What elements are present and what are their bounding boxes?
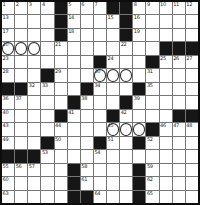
clue-number-2: 2 bbox=[16, 2, 19, 7]
cell-r2c3[interactable] bbox=[28, 15, 40, 27]
clue-number-46: 46 bbox=[160, 123, 166, 128]
cell-r10c4[interactable] bbox=[41, 123, 53, 135]
clue-number-44: 44 bbox=[55, 123, 61, 128]
black-cell-r1c9 bbox=[107, 2, 119, 14]
cell-r8c2[interactable]: 37 bbox=[15, 96, 27, 108]
clue-number-50: 50 bbox=[55, 137, 61, 142]
black-cell-r1c5 bbox=[55, 2, 67, 14]
cell-r5c4[interactable] bbox=[41, 56, 53, 68]
cell-r12c7[interactable] bbox=[81, 150, 93, 162]
cell-r13c2[interactable]: 56 bbox=[15, 164, 27, 176]
clue-number-35: 35 bbox=[147, 83, 153, 88]
cell-r3c8[interactable] bbox=[94, 29, 106, 41]
cell-r9c8[interactable] bbox=[94, 110, 106, 122]
black-cell-r12c1 bbox=[2, 150, 14, 162]
clue-number-3: 3 bbox=[29, 2, 32, 7]
cell-r11c5[interactable]: 50 bbox=[55, 137, 67, 149]
cell-r6c10[interactable] bbox=[120, 69, 132, 81]
clue-number-18: 18 bbox=[68, 29, 74, 34]
cell-r7c4[interactable]: 33 bbox=[41, 83, 53, 95]
cell-r1c6[interactable]: 5 bbox=[68, 2, 80, 14]
cell-r14c15[interactable] bbox=[186, 177, 198, 189]
circle-marker bbox=[120, 69, 132, 81]
clue-number-60: 60 bbox=[3, 177, 9, 182]
cell-r7c5[interactable] bbox=[55, 83, 67, 95]
cell-r11c12[interactable]: 52 bbox=[146, 137, 158, 149]
clue-number-56: 56 bbox=[16, 164, 22, 169]
cell-r7c9[interactable] bbox=[107, 83, 119, 95]
black-cell-r3c10 bbox=[120, 29, 132, 41]
cell-r9c10[interactable]: 42 bbox=[120, 110, 132, 122]
black-cell-r9c9 bbox=[107, 110, 119, 122]
cell-r13c9[interactable] bbox=[107, 164, 119, 176]
cell-r1c11[interactable]: 8 bbox=[133, 2, 145, 14]
cell-r14c3[interactable] bbox=[28, 177, 40, 189]
clue-number-38: 38 bbox=[81, 96, 87, 101]
cell-r6c11[interactable] bbox=[133, 69, 145, 81]
cell-r4c4[interactable] bbox=[41, 42, 53, 54]
black-cell-r9c5 bbox=[55, 110, 67, 122]
cell-r14c14[interactable] bbox=[173, 177, 185, 189]
cell-r10c9[interactable]: 45 bbox=[107, 123, 119, 135]
cell-r2c11[interactable]: 16 bbox=[133, 15, 145, 27]
cell-r11c13[interactable] bbox=[160, 137, 172, 149]
cell-r10c6[interactable] bbox=[68, 123, 80, 135]
clue-number-31: 31 bbox=[147, 69, 153, 74]
cell-r8c13[interactable] bbox=[160, 96, 172, 108]
cell-r6c1[interactable]: 28 bbox=[2, 69, 14, 81]
cell-r4c10[interactable]: 22 bbox=[120, 42, 132, 54]
cell-r4c1[interactable]: 20 bbox=[2, 42, 14, 54]
clue-number-17: 17 bbox=[3, 29, 9, 34]
clue-number-32: 32 bbox=[29, 83, 35, 88]
cell-r11c1[interactable]: 49 bbox=[2, 137, 14, 149]
circle-marker bbox=[133, 123, 145, 135]
cell-r5c5[interactable] bbox=[55, 56, 67, 68]
cell-r6c12[interactable]: 31 bbox=[146, 69, 158, 81]
cell-r6c14[interactable] bbox=[173, 69, 185, 81]
cell-r7c10[interactable] bbox=[120, 83, 132, 95]
black-cell-r4c15 bbox=[186, 42, 198, 54]
cell-r5c11[interactable] bbox=[133, 56, 145, 68]
cell-r5c7[interactable] bbox=[81, 56, 93, 68]
cell-r14c10[interactable] bbox=[120, 177, 132, 189]
cell-r15c10[interactable] bbox=[120, 191, 132, 203]
black-cell-r15c6 bbox=[68, 191, 80, 203]
clue-number-21: 21 bbox=[55, 42, 61, 47]
clue-number-40: 40 bbox=[3, 110, 9, 115]
clue-number-22: 22 bbox=[121, 42, 127, 47]
black-cell-r14c11 bbox=[133, 177, 145, 189]
cell-r3c11[interactable]: 19 bbox=[133, 29, 145, 41]
cell-r15c3[interactable] bbox=[28, 191, 40, 203]
cell-r15c15[interactable] bbox=[186, 191, 198, 203]
clue-number-12: 12 bbox=[186, 2, 192, 7]
cell-r3c14[interactable] bbox=[173, 29, 185, 41]
cell-r3c3[interactable] bbox=[28, 29, 40, 41]
cell-r8c5[interactable] bbox=[55, 96, 67, 108]
black-cell-r15c7 bbox=[81, 191, 93, 203]
clue-number-64: 64 bbox=[94, 191, 100, 196]
cell-r8c3[interactable] bbox=[28, 96, 40, 108]
cell-r4c3[interactable] bbox=[28, 42, 40, 54]
cell-r9c12[interactable] bbox=[146, 110, 158, 122]
clue-number-10: 10 bbox=[160, 2, 166, 7]
clue-number-29: 29 bbox=[55, 69, 61, 74]
cell-r9c3[interactable] bbox=[28, 110, 40, 122]
cell-r5c1[interactable]: 23 bbox=[2, 56, 14, 68]
cell-r14c9[interactable] bbox=[107, 177, 119, 189]
black-cell-r4c14 bbox=[173, 42, 185, 54]
cell-r11c3[interactable] bbox=[28, 137, 40, 149]
cell-r7c3[interactable]: 32 bbox=[28, 83, 40, 95]
cell-r15c9[interactable] bbox=[107, 191, 119, 203]
cell-r13c4[interactable] bbox=[41, 164, 53, 176]
clue-number-6: 6 bbox=[81, 2, 84, 7]
clue-number-41: 41 bbox=[68, 110, 74, 115]
black-cell-r7c7 bbox=[81, 83, 93, 95]
cell-r12c9[interactable] bbox=[107, 150, 119, 162]
black-cell-r3c5 bbox=[55, 29, 67, 41]
black-cell-r8c6 bbox=[68, 96, 80, 108]
cell-r11c6[interactable] bbox=[68, 137, 80, 149]
cell-r8c4[interactable] bbox=[41, 96, 53, 108]
circle-marker bbox=[120, 123, 132, 135]
cell-r5c14[interactable]: 26 bbox=[173, 56, 185, 68]
black-cell-r2c10 bbox=[120, 15, 132, 27]
cell-r8c11[interactable]: 39 bbox=[133, 96, 145, 108]
cell-r5c13[interactable]: 25 bbox=[160, 56, 172, 68]
clue-number-58: 58 bbox=[81, 164, 87, 169]
cell-r1c13[interactable]: 10 bbox=[160, 2, 172, 14]
black-cell-r7c11 bbox=[133, 83, 145, 95]
cell-r2c4[interactable] bbox=[41, 15, 53, 27]
clue-number-52: 52 bbox=[147, 137, 153, 142]
cell-r11c2[interactable] bbox=[15, 137, 27, 149]
clue-number-45: 45 bbox=[108, 123, 114, 128]
cell-r8c8[interactable] bbox=[94, 96, 106, 108]
cell-r4c11[interactable] bbox=[133, 42, 145, 54]
cell-r15c5[interactable] bbox=[55, 191, 67, 203]
cell-r14c13[interactable] bbox=[160, 177, 172, 189]
cell-r13c12[interactable]: 59 bbox=[146, 164, 158, 176]
cell-r8c1[interactable]: 36 bbox=[2, 96, 14, 108]
circle-marker bbox=[15, 42, 27, 54]
cell-r9c1[interactable]: 40 bbox=[2, 110, 14, 122]
clue-number-19: 19 bbox=[134, 29, 140, 34]
cell-r13c10[interactable] bbox=[120, 164, 132, 176]
clue-number-33: 33 bbox=[42, 83, 48, 88]
cell-r3c12[interactable] bbox=[146, 29, 158, 41]
cell-r9c2[interactable] bbox=[15, 110, 27, 122]
clue-number-5: 5 bbox=[68, 2, 71, 7]
clue-number-16: 16 bbox=[134, 15, 140, 20]
cell-r4c12[interactable] bbox=[146, 42, 158, 54]
cell-r3c13[interactable] bbox=[160, 29, 172, 41]
cell-r3c7[interactable] bbox=[81, 29, 93, 41]
cell-r7c15[interactable] bbox=[186, 83, 198, 95]
cell-r3c6[interactable]: 18 bbox=[68, 29, 80, 41]
cell-r10c1[interactable]: 43 bbox=[2, 123, 14, 135]
cell-r5c9[interactable]: 24 bbox=[107, 56, 119, 68]
cell-r6c7[interactable] bbox=[81, 69, 93, 81]
clue-number-9: 9 bbox=[147, 2, 150, 7]
black-cell-r7c1 bbox=[2, 83, 14, 95]
cell-r5c6[interactable] bbox=[68, 56, 80, 68]
clue-number-47: 47 bbox=[173, 123, 179, 128]
clue-number-4: 4 bbox=[42, 2, 45, 7]
cell-r9c4[interactable] bbox=[41, 110, 53, 122]
cell-r3c4[interactable] bbox=[41, 29, 53, 41]
cell-r15c4[interactable] bbox=[41, 191, 53, 203]
cell-r2c15[interactable] bbox=[186, 15, 198, 27]
cell-r12c12[interactable] bbox=[146, 150, 158, 162]
clue-number-53: 53 bbox=[42, 150, 48, 155]
cell-r10c7[interactable] bbox=[81, 123, 93, 135]
cell-r15c2[interactable] bbox=[15, 191, 27, 203]
cell-r5c10[interactable] bbox=[120, 56, 132, 68]
cell-r4c2[interactable] bbox=[15, 42, 27, 54]
cell-r15c1[interactable]: 63 bbox=[2, 191, 14, 203]
clue-number-27: 27 bbox=[186, 56, 192, 61]
clue-number-61: 61 bbox=[81, 177, 87, 182]
cell-r12c11[interactable] bbox=[133, 150, 145, 162]
clue-number-59: 59 bbox=[147, 164, 153, 169]
cell-r12c8[interactable]: 54 bbox=[94, 150, 106, 162]
cell-r7c14[interactable] bbox=[173, 83, 185, 95]
clue-number-30: 30 bbox=[94, 69, 100, 74]
clue-number-23: 23 bbox=[3, 56, 9, 61]
cell-r10c5[interactable]: 44 bbox=[55, 123, 67, 135]
clue-number-36: 36 bbox=[3, 96, 9, 101]
cell-r1c1[interactable]: 1 bbox=[2, 2, 14, 14]
cell-r10c11[interactable] bbox=[133, 123, 145, 135]
cell-r14c12[interactable]: 62 bbox=[146, 177, 158, 189]
cell-r13c7[interactable]: 58 bbox=[81, 164, 93, 176]
cell-r8c12[interactable] bbox=[146, 96, 158, 108]
clue-number-8: 8 bbox=[134, 2, 137, 7]
clue-number-55: 55 bbox=[3, 164, 9, 169]
clue-number-48: 48 bbox=[186, 123, 192, 128]
cell-r6c8[interactable]: 30 bbox=[94, 69, 106, 81]
clue-number-34: 34 bbox=[94, 83, 100, 88]
cell-r12c4[interactable]: 53 bbox=[41, 150, 53, 162]
black-cell-r6c4 bbox=[41, 69, 53, 81]
cell-r6c3[interactable] bbox=[28, 69, 40, 81]
cell-r13c8[interactable] bbox=[94, 164, 106, 176]
cell-r1c7[interactable]: 6 bbox=[81, 2, 93, 14]
black-cell-r5c8 bbox=[94, 56, 106, 68]
clue-number-57: 57 bbox=[29, 164, 35, 169]
black-cell-r11c8 bbox=[94, 137, 106, 149]
clue-number-13: 13 bbox=[3, 15, 9, 20]
clue-number-37: 37 bbox=[16, 96, 22, 101]
cell-r2c9[interactable]: 15 bbox=[107, 15, 119, 27]
cell-r2c1[interactable]: 13 bbox=[2, 15, 14, 27]
clue-number-28: 28 bbox=[3, 69, 9, 74]
black-cell-r9c14 bbox=[173, 110, 185, 122]
cell-r13c1[interactable]: 55 bbox=[2, 164, 14, 176]
clue-number-25: 25 bbox=[160, 56, 166, 61]
cell-r8c9[interactable] bbox=[107, 96, 119, 108]
cell-r9c7[interactable] bbox=[81, 110, 93, 122]
cell-r12c13[interactable] bbox=[160, 150, 172, 162]
cell-r14c8[interactable] bbox=[94, 177, 106, 189]
cell-r5c15[interactable]: 27 bbox=[186, 56, 198, 68]
cell-r10c8[interactable] bbox=[94, 123, 106, 135]
cell-r4c6[interactable] bbox=[68, 42, 80, 54]
cell-r5c3[interactable] bbox=[28, 56, 40, 68]
cell-r8c7[interactable]: 38 bbox=[81, 96, 93, 108]
clue-number-20: 20 bbox=[3, 42, 9, 47]
cell-r14c7[interactable]: 61 bbox=[81, 177, 93, 189]
cell-r5c2[interactable] bbox=[15, 56, 27, 68]
cell-r14c5[interactable] bbox=[55, 177, 67, 189]
black-cell-r13c6 bbox=[68, 164, 80, 176]
black-cell-r13c11 bbox=[133, 164, 145, 176]
cell-r15c14[interactable] bbox=[173, 191, 185, 203]
cell-r15c8[interactable]: 64 bbox=[94, 191, 106, 203]
cell-r3c2[interactable] bbox=[15, 29, 27, 41]
cell-r6c13[interactable] bbox=[160, 69, 172, 81]
black-cell-r12c2 bbox=[15, 150, 27, 162]
clue-number-65: 65 bbox=[147, 191, 153, 196]
cell-r13c5[interactable] bbox=[55, 164, 67, 176]
cell-r2c12[interactable] bbox=[146, 15, 158, 27]
cell-r11c10[interactable] bbox=[120, 137, 132, 149]
clue-number-7: 7 bbox=[94, 2, 97, 7]
clue-number-14: 14 bbox=[68, 15, 74, 20]
black-cell-r10c12 bbox=[146, 123, 158, 135]
cell-r1c2[interactable]: 2 bbox=[15, 2, 27, 14]
clue-number-11: 11 bbox=[173, 2, 179, 7]
cell-r4c5[interactable]: 21 bbox=[55, 42, 67, 54]
black-cell-r1c10 bbox=[120, 2, 132, 14]
cell-r11c9[interactable]: 51 bbox=[107, 137, 119, 149]
black-cell-r9c15 bbox=[186, 110, 198, 122]
clue-number-42: 42 bbox=[121, 110, 127, 115]
clue-number-51: 51 bbox=[108, 137, 114, 142]
black-cell-r11c11 bbox=[133, 137, 145, 149]
cell-r1c3[interactable]: 3 bbox=[28, 2, 40, 14]
cell-r2c2[interactable] bbox=[15, 15, 27, 27]
cell-r9c6[interactable]: 41 bbox=[68, 110, 80, 122]
cell-r7c13[interactable] bbox=[160, 83, 172, 95]
cell-r11c14[interactable] bbox=[173, 137, 185, 149]
cell-r11c15[interactable] bbox=[186, 137, 198, 149]
cell-r12c6[interactable] bbox=[68, 150, 80, 162]
cell-r14c1[interactable]: 60 bbox=[2, 177, 14, 189]
clue-number-63: 63 bbox=[3, 191, 9, 196]
clue-number-62: 62 bbox=[147, 177, 153, 182]
cell-r9c11[interactable] bbox=[133, 110, 145, 122]
cell-r6c2[interactable] bbox=[15, 69, 27, 81]
cell-r10c10[interactable] bbox=[120, 123, 132, 135]
cell-r2c7[interactable] bbox=[81, 15, 93, 27]
clue-number-49: 49 bbox=[3, 137, 9, 142]
black-cell-r15c11 bbox=[133, 191, 145, 203]
cell-r15c12[interactable]: 65 bbox=[146, 191, 158, 203]
clue-number-54: 54 bbox=[94, 150, 100, 155]
cell-r7c8[interactable]: 34 bbox=[94, 83, 106, 95]
cell-r8c15[interactable] bbox=[186, 96, 198, 108]
cell-r4c9[interactable] bbox=[107, 42, 119, 54]
cell-r7c12[interactable]: 35 bbox=[146, 83, 158, 95]
circle-marker bbox=[28, 42, 40, 54]
clue-number-1: 1 bbox=[3, 2, 6, 7]
black-cell-r12c3 bbox=[28, 150, 40, 162]
cell-r10c13[interactable]: 46 bbox=[160, 123, 172, 135]
cell-r13c14[interactable] bbox=[173, 164, 185, 176]
cell-r12c15[interactable] bbox=[186, 150, 198, 162]
cell-r6c9[interactable] bbox=[107, 69, 119, 81]
clue-number-24: 24 bbox=[108, 56, 114, 61]
cell-r9c13[interactable] bbox=[160, 110, 172, 122]
cell-r1c8[interactable]: 7 bbox=[94, 2, 106, 14]
crossword-grid: 1234567891011121314151617181920212223242… bbox=[0, 0, 200, 205]
cell-r2c6[interactable]: 14 bbox=[68, 15, 80, 27]
cell-r6c5[interactable]: 29 bbox=[55, 69, 67, 81]
cell-r2c14[interactable] bbox=[173, 15, 185, 27]
cell-r8c14[interactable] bbox=[173, 96, 185, 108]
cell-r1c14[interactable]: 11 bbox=[173, 2, 185, 14]
black-cell-r2c5 bbox=[55, 15, 67, 27]
cell-r13c3[interactable]: 57 bbox=[28, 164, 40, 176]
cell-r11c7[interactable] bbox=[81, 137, 93, 149]
cell-r10c3[interactable] bbox=[28, 123, 40, 135]
cell-r2c13[interactable] bbox=[160, 15, 172, 27]
black-cell-r4c13 bbox=[160, 42, 172, 54]
cell-r14c4[interactable] bbox=[41, 177, 53, 189]
cell-r15c13[interactable] bbox=[160, 191, 172, 203]
clue-number-15: 15 bbox=[108, 15, 114, 20]
cell-r3c15[interactable] bbox=[186, 29, 198, 41]
black-cell-r8c10 bbox=[120, 96, 132, 108]
cell-r14c2[interactable] bbox=[15, 177, 27, 189]
cell-r4c8[interactable] bbox=[94, 42, 106, 54]
cell-r12c5[interactable] bbox=[55, 150, 67, 162]
cell-r3c1[interactable]: 17 bbox=[2, 29, 14, 41]
cell-r3c9[interactable] bbox=[107, 29, 119, 41]
cell-r4c7[interactable] bbox=[81, 42, 93, 54]
cell-r10c15[interactable]: 48 bbox=[186, 123, 198, 135]
cell-r1c15[interactable]: 12 bbox=[186, 2, 198, 14]
cell-r6c15[interactable] bbox=[186, 69, 198, 81]
cell-r12c14[interactable] bbox=[173, 150, 185, 162]
clue-number-39: 39 bbox=[134, 96, 140, 101]
black-cell-r11c4 bbox=[41, 137, 53, 149]
cell-r6c6[interactable] bbox=[68, 69, 80, 81]
clue-number-26: 26 bbox=[173, 56, 179, 61]
cell-r7c6[interactable] bbox=[68, 83, 80, 95]
black-cell-r7c2 bbox=[15, 83, 27, 95]
cell-r13c13[interactable] bbox=[160, 164, 172, 176]
cell-r13c15[interactable] bbox=[186, 164, 198, 176]
cell-r1c4[interactable]: 4 bbox=[41, 2, 53, 14]
cell-r2c8[interactable] bbox=[94, 15, 106, 27]
cell-r10c14[interactable]: 47 bbox=[173, 123, 185, 135]
cell-r12c10[interactable] bbox=[120, 150, 132, 162]
circle-marker bbox=[107, 69, 119, 81]
clue-number-43: 43 bbox=[3, 123, 9, 128]
cell-r1c12[interactable]: 9 bbox=[146, 2, 158, 14]
black-cell-r14c6 bbox=[68, 177, 80, 189]
cell-r10c2[interactable] bbox=[15, 123, 27, 135]
black-cell-r5c12 bbox=[146, 56, 158, 68]
